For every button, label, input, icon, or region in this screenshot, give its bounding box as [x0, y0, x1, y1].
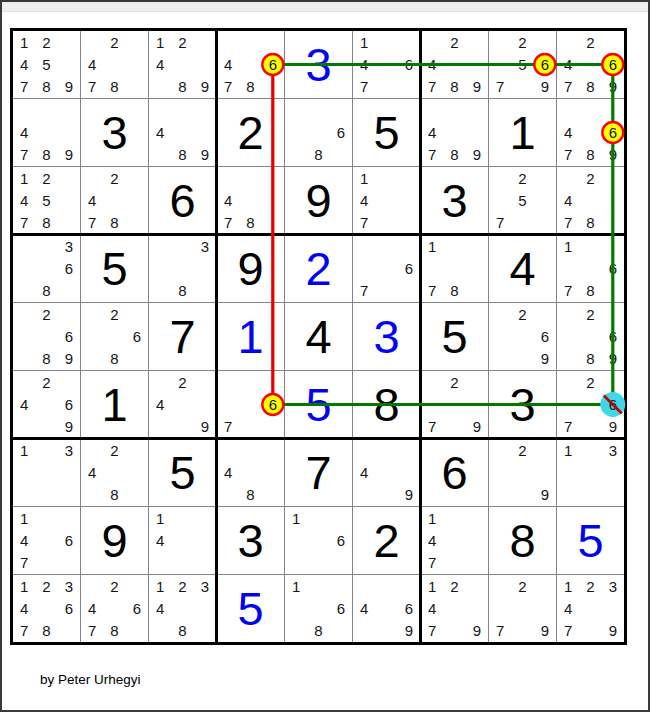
- candidate-digit[interactable]: 7: [81, 212, 103, 234]
- candidate-digit[interactable]: 6: [534, 53, 556, 75]
- cell-r6c4[interactable]: 67: [217, 371, 284, 438]
- cell-r3c7[interactable]: 3: [421, 167, 488, 234]
- cell-r4c3[interactable]: 38: [149, 235, 216, 302]
- candidate-digit[interactable]: 8: [35, 348, 57, 370]
- pencil-marks: 1467: [353, 31, 420, 98]
- candidate-digit[interactable]: 6: [330, 597, 352, 619]
- pencil-marks: 1245789: [13, 31, 80, 98]
- candidate-digit[interactable]: 6: [58, 257, 80, 279]
- candidate-digit[interactable]: 7: [81, 76, 103, 98]
- candidate-digit[interactable]: 5: [511, 189, 533, 211]
- candidate-digit[interactable]: 5: [35, 53, 57, 75]
- candidate-digit[interactable]: 8: [103, 348, 125, 370]
- candidate-digit[interactable]: 7: [557, 212, 579, 234]
- candidate-digit[interactable]: 7: [489, 76, 511, 98]
- candidate-digit[interactable]: 1: [421, 575, 443, 597]
- candidate-digit[interactable]: 9: [602, 620, 624, 642]
- cell-r7c2[interactable]: 248: [81, 439, 148, 506]
- candidate-digit[interactable]: 7: [81, 620, 103, 642]
- pencil-marks: 4678: [217, 31, 284, 98]
- candidate-digit[interactable]: 3: [602, 439, 624, 461]
- candidate-digit[interactable]: 1: [353, 167, 375, 189]
- cell-r8c2[interactable]: 9: [81, 507, 148, 574]
- candidate-digit[interactable]: 2: [35, 371, 57, 393]
- candidate-digit[interactable]: 7: [489, 620, 511, 642]
- candidate-digit[interactable]: 2: [171, 575, 193, 597]
- given-digit: 9: [285, 167, 352, 234]
- candidate-digit[interactable]: 2: [103, 167, 125, 189]
- candidate-digit[interactable]: 6: [398, 53, 420, 75]
- candidate-digit[interactable]: 2: [579, 167, 601, 189]
- pencil-marks: 123479: [557, 575, 624, 642]
- candidate-digit[interactable]: 9: [534, 76, 556, 98]
- pencil-marks: 469: [353, 575, 420, 642]
- candidate-digit[interactable]: 8: [103, 484, 125, 506]
- candidate-digit[interactable]: 8: [443, 76, 465, 98]
- candidate-digit[interactable]: 7: [421, 76, 443, 98]
- cell-r8c9[interactable]: 5: [557, 507, 624, 574]
- candidate-digit[interactable]: 4: [557, 121, 579, 143]
- candidate-digit[interactable]: 4: [217, 461, 239, 483]
- candidate-digit[interactable]: 2: [35, 31, 57, 53]
- given-digit: 3: [489, 371, 556, 438]
- candidate-digit[interactable]: 7: [353, 212, 375, 234]
- candidate-digit[interactable]: 6: [126, 325, 148, 347]
- cell-r6c9[interactable]: 2679: [557, 371, 624, 438]
- cell-r1c8[interactable]: 25679: [489, 31, 556, 98]
- cell-r6c6[interactable]: 8: [353, 371, 420, 438]
- cell-r1c1[interactable]: 1245789: [13, 31, 80, 98]
- candidate-digit[interactable]: 2: [443, 371, 465, 393]
- candidate-digit[interactable]: 8: [239, 484, 261, 506]
- cell-r8c5[interactable]: 16: [285, 507, 352, 574]
- cell-r2c6[interactable]: 5: [353, 99, 420, 166]
- candidate-digit[interactable]: 4: [557, 53, 579, 75]
- pencil-marks: 49: [353, 439, 420, 506]
- cell-r3c6[interactable]: 147: [353, 167, 420, 234]
- cell-r4c4[interactable]: 9: [217, 235, 284, 302]
- candidate-digit[interactable]: 4: [353, 189, 375, 211]
- cell-r8c6[interactable]: 2: [353, 507, 420, 574]
- candidate-digit[interactable]: 4: [421, 529, 443, 551]
- candidate-digit[interactable]: 6: [58, 529, 80, 551]
- candidate-digit[interactable]: 4: [149, 53, 171, 75]
- candidate-digit[interactable]: 4: [353, 53, 375, 75]
- candidate-digit[interactable]: 9: [58, 416, 80, 438]
- cell-r1c9[interactable]: 246789: [557, 31, 624, 98]
- candidate-digit[interactable]: 3: [602, 575, 624, 597]
- pencil-marks: 178: [421, 235, 488, 302]
- candidate-digit[interactable]: 9: [58, 144, 80, 166]
- cell-r2c1[interactable]: 4789: [13, 99, 80, 166]
- candidate-digit[interactable]: 7: [557, 144, 579, 166]
- candidate-digit[interactable]: 9: [398, 484, 420, 506]
- candidate-digit[interactable]: 4: [81, 597, 103, 619]
- candidate-digit[interactable]: 4: [557, 189, 579, 211]
- given-digit: 5: [353, 99, 420, 166]
- candidate-digit[interactable]: 5: [35, 189, 57, 211]
- candidate-digit[interactable]: 7: [421, 552, 443, 574]
- candidate-digit[interactable]: 7: [557, 76, 579, 98]
- candidate-digit[interactable]: 1: [557, 439, 579, 461]
- cell-r4c7[interactable]: 178: [421, 235, 488, 302]
- candidate-digit[interactable]: 9: [194, 144, 216, 166]
- candidate-digit[interactable]: 9: [466, 76, 488, 98]
- candidate-digit[interactable]: 8: [35, 144, 57, 166]
- candidate-digit[interactable]: 2: [35, 575, 57, 597]
- cell-r5c8[interactable]: 269: [489, 303, 556, 370]
- candidate-digit[interactable]: 2: [579, 31, 601, 53]
- candidate-digit[interactable]: 7: [421, 620, 443, 642]
- candidate-digit[interactable]: 8: [103, 620, 125, 642]
- candidate-digit[interactable]: 4: [421, 121, 443, 143]
- pencil-marks: 67: [217, 371, 284, 438]
- cell-r1c6[interactable]: 1467: [353, 31, 420, 98]
- candidate-digit[interactable]: 2: [511, 31, 533, 53]
- candidate-digit[interactable]: 2: [35, 303, 57, 325]
- candidate-digit[interactable]: 9: [398, 620, 420, 642]
- candidate-digit[interactable]: 8: [35, 212, 57, 234]
- candidate-digit[interactable]: 9: [602, 76, 624, 98]
- cell-r3c4[interactable]: 478: [217, 167, 284, 234]
- cell-r6c7[interactable]: 279: [421, 371, 488, 438]
- candidate-digit[interactable]: 1: [149, 575, 171, 597]
- candidate-digit[interactable]: 7: [13, 552, 35, 574]
- cell-r7c4[interactable]: 48: [217, 439, 284, 506]
- candidate-digit[interactable]: 2: [579, 575, 601, 597]
- candidate-digit[interactable]: 9: [602, 416, 624, 438]
- candidate-digit[interactable]: 2: [103, 303, 125, 325]
- candidate-digit[interactable]: 2: [511, 575, 533, 597]
- pencil-marks: 12479: [421, 575, 488, 642]
- pencil-marks: 25679: [489, 31, 556, 98]
- cell-r2c9[interactable]: 46789: [557, 99, 624, 166]
- pencil-marks: 16: [285, 507, 352, 574]
- cell-r8c4[interactable]: 3: [217, 507, 284, 574]
- candidate-digit[interactable]: 8: [171, 280, 193, 302]
- candidate-digit[interactable]: 8: [35, 620, 57, 642]
- cell-r7c5[interactable]: 7: [285, 439, 352, 506]
- candidate-digit[interactable]: 6: [602, 393, 624, 415]
- candidate-digit[interactable]: 1: [285, 575, 307, 597]
- pencil-marks: 248: [81, 439, 148, 506]
- candidate-digit[interactable]: 8: [171, 144, 193, 166]
- cell-r1c5[interactable]: 3: [285, 31, 352, 98]
- cell-r6c8[interactable]: 3: [489, 371, 556, 438]
- candidate-digit[interactable]: 6: [58, 597, 80, 619]
- pencil-marks: 147: [353, 167, 420, 234]
- candidate-digit[interactable]: 3: [194, 575, 216, 597]
- candidate-digit[interactable]: 2: [579, 371, 601, 393]
- candidate-digit[interactable]: 4: [81, 189, 103, 211]
- candidate-digit[interactable]: 4: [13, 53, 35, 75]
- candidate-digit[interactable]: 4: [81, 461, 103, 483]
- cell-r5c5[interactable]: 4: [285, 303, 352, 370]
- cell-r3c1[interactable]: 124578: [13, 167, 80, 234]
- candidate-digit[interactable]: 8: [307, 144, 329, 166]
- candidate-digit[interactable]: 6: [602, 53, 624, 75]
- candidate-digit[interactable]: 4: [353, 461, 375, 483]
- cell-r4c2[interactable]: 5: [81, 235, 148, 302]
- candidate-digit[interactable]: 7: [13, 212, 35, 234]
- cell-r5c4[interactable]: 1: [217, 303, 284, 370]
- cell-r2c3[interactable]: 489: [149, 99, 216, 166]
- candidate-digit[interactable]: 7: [421, 280, 443, 302]
- pencil-marks: 68: [285, 99, 352, 166]
- cell-r2c8[interactable]: 1: [489, 99, 556, 166]
- cell-r7c7[interactable]: 6: [421, 439, 488, 506]
- cell-r7c8[interactable]: 29: [489, 439, 556, 506]
- candidate-digit[interactable]: 7: [557, 280, 579, 302]
- cell-r6c2[interactable]: 1: [81, 371, 148, 438]
- cell-r1c3[interactable]: 12489: [149, 31, 216, 98]
- candidate-digit[interactable]: 8: [579, 212, 601, 234]
- candidate-digit[interactable]: 8: [35, 280, 57, 302]
- candidate-digit[interactable]: 4: [353, 597, 375, 619]
- candidate-digit[interactable]: 1: [13, 31, 35, 53]
- candidate-digit[interactable]: 9: [534, 620, 556, 642]
- candidate-digit[interactable]: 2: [171, 31, 193, 53]
- cell-r2c5[interactable]: 68: [285, 99, 352, 166]
- cell-r5c2[interactable]: 268: [81, 303, 148, 370]
- solved-digit: 2: [285, 235, 352, 302]
- candidate-digit[interactable]: 8: [443, 144, 465, 166]
- pencil-marks: 368: [13, 235, 80, 302]
- candidate-digit[interactable]: 1: [285, 507, 307, 529]
- candidate-digit[interactable]: 2: [511, 167, 533, 189]
- candidate-digit[interactable]: 5: [511, 53, 533, 75]
- candidate-digit[interactable]: 7: [353, 76, 375, 98]
- candidate-digit[interactable]: 7: [421, 416, 443, 438]
- candidate-digit[interactable]: 2: [103, 31, 125, 53]
- candidate-digit[interactable]: 2: [171, 371, 193, 393]
- candidate-digit[interactable]: 9: [466, 620, 488, 642]
- candidate-digit[interactable]: 6: [330, 529, 352, 551]
- solved-digit: 5: [217, 575, 284, 642]
- cell-r4c5[interactable]: 2: [285, 235, 352, 302]
- cell-r5c6[interactable]: 3: [353, 303, 420, 370]
- candidate-digit[interactable]: 2: [443, 31, 465, 53]
- candidate-digit[interactable]: 4: [81, 53, 103, 75]
- candidate-digit[interactable]: 1: [149, 507, 171, 529]
- candidate-digit[interactable]: 8: [307, 620, 329, 642]
- candidate-digit[interactable]: 2: [511, 303, 533, 325]
- solved-digit: 3: [285, 31, 352, 98]
- candidate-digit[interactable]: 8: [103, 212, 125, 234]
- candidate-digit[interactable]: 6: [602, 121, 624, 143]
- candidate-digit[interactable]: 8: [103, 76, 125, 98]
- cell-r3c9[interactable]: 2478: [557, 167, 624, 234]
- candidate-digit[interactable]: 8: [579, 76, 601, 98]
- candidate-digit[interactable]: 7: [489, 212, 511, 234]
- candidate-digit[interactable]: 9: [534, 484, 556, 506]
- candidate-digit[interactable]: 7: [217, 416, 239, 438]
- candidate-digit[interactable]: 2: [35, 167, 57, 189]
- cell-r9c6[interactable]: 469: [353, 575, 420, 642]
- candidate-digit[interactable]: 1: [149, 31, 171, 53]
- given-digit: 3: [81, 99, 148, 166]
- candidate-digit[interactable]: 2: [511, 439, 533, 461]
- candidate-digit[interactable]: 1: [13, 167, 35, 189]
- candidate-digit[interactable]: 6: [262, 393, 284, 415]
- cell-r1c2[interactable]: 2478: [81, 31, 148, 98]
- candidate-digit[interactable]: 4: [421, 53, 443, 75]
- cell-r9c4[interactable]: 5: [217, 575, 284, 642]
- candidate-digit[interactable]: 9: [194, 76, 216, 98]
- candidate-digit[interactable]: 1: [13, 439, 35, 461]
- cell-r6c3[interactable]: 249: [149, 371, 216, 438]
- cell-r9c3[interactable]: 12348: [149, 575, 216, 642]
- pencil-marks: 38: [149, 235, 216, 302]
- candidate-digit[interactable]: 4: [149, 529, 171, 551]
- box-border-horizontal-2: [13, 437, 624, 440]
- candidate-digit[interactable]: 4: [13, 529, 35, 551]
- candidate-digit[interactable]: 8: [239, 212, 261, 234]
- candidate-digit[interactable]: 7: [13, 144, 35, 166]
- candidate-digit[interactable]: 3: [194, 235, 216, 257]
- cell-r4c6[interactable]: 67: [353, 235, 420, 302]
- candidate-digit[interactable]: 1: [13, 507, 35, 529]
- candidate-digit[interactable]: 2: [579, 303, 601, 325]
- pencil-marks: 4789: [13, 99, 80, 166]
- candidate-digit[interactable]: 2: [103, 439, 125, 461]
- cell-r6c1[interactable]: 2469: [13, 371, 80, 438]
- candidate-digit[interactable]: 7: [557, 416, 579, 438]
- candidate-digit[interactable]: 6: [262, 53, 284, 75]
- cell-r7c9[interactable]: 13: [557, 439, 624, 506]
- candidate-digit[interactable]: 7: [421, 144, 443, 166]
- candidate-digit[interactable]: 9: [534, 348, 556, 370]
- candidate-digit[interactable]: 7: [557, 620, 579, 642]
- cell-r2c4[interactable]: 2: [217, 99, 284, 166]
- candidate-digit[interactable]: 7: [217, 76, 239, 98]
- candidate-digit[interactable]: 9: [602, 348, 624, 370]
- cell-r9c8[interactable]: 279: [489, 575, 556, 642]
- candidate-digit[interactable]: 4: [13, 121, 35, 143]
- candidate-digit[interactable]: 7: [353, 280, 375, 302]
- cell-r4c8[interactable]: 4: [489, 235, 556, 302]
- cell-r8c1[interactable]: 1467: [13, 507, 80, 574]
- candidate-digit[interactable]: 1: [557, 575, 579, 597]
- candidate-digit[interactable]: 4: [217, 53, 239, 75]
- cell-r9c1[interactable]: 1234678: [13, 575, 80, 642]
- cell-r9c2[interactable]: 24678: [81, 575, 148, 642]
- box-border-horizontal-1: [13, 233, 624, 236]
- cell-r7c1[interactable]: 13: [13, 439, 80, 506]
- candidate-digit[interactable]: 9: [602, 144, 624, 166]
- candidate-digit[interactable]: 7: [13, 76, 35, 98]
- candidate-digit[interactable]: 8: [443, 280, 465, 302]
- candidate-digit[interactable]: 8: [35, 76, 57, 98]
- candidate-digit[interactable]: 9: [58, 348, 80, 370]
- candidate-digit[interactable]: 6: [602, 257, 624, 279]
- candidate-digit[interactable]: 8: [579, 144, 601, 166]
- cell-r8c7[interactable]: 147: [421, 507, 488, 574]
- cell-r5c7[interactable]: 5: [421, 303, 488, 370]
- cell-r1c7[interactable]: 24789: [421, 31, 488, 98]
- cell-r1c4[interactable]: 4678: [217, 31, 284, 98]
- cell-r9c7[interactable]: 12479: [421, 575, 488, 642]
- cell-r2c2[interactable]: 3: [81, 99, 148, 166]
- cell-r7c6[interactable]: 49: [353, 439, 420, 506]
- candidate-digit[interactable]: 8: [579, 280, 601, 302]
- candidate-digit[interactable]: 6: [330, 121, 352, 143]
- pencil-marks: 2478: [557, 167, 624, 234]
- cell-r3c5[interactable]: 9: [285, 167, 352, 234]
- cell-r3c8[interactable]: 257: [489, 167, 556, 234]
- candidate-digit[interactable]: 4: [217, 189, 239, 211]
- pencil-marks: 168: [285, 575, 352, 642]
- cell-r5c9[interactable]: 2689: [557, 303, 624, 370]
- candidate-digit[interactable]: 4: [13, 597, 35, 619]
- candidate-digit[interactable]: 2: [103, 575, 125, 597]
- candidate-digit[interactable]: 6: [398, 257, 420, 279]
- candidate-digit[interactable]: 4: [13, 393, 35, 415]
- candidate-digit[interactable]: 4: [421, 597, 443, 619]
- cell-r9c5[interactable]: 168: [285, 575, 352, 642]
- candidate-digit[interactable]: 4: [149, 121, 171, 143]
- cell-r5c1[interactable]: 2689: [13, 303, 80, 370]
- pencil-marks: 249: [149, 371, 216, 438]
- candidate-digit[interactable]: 6: [398, 597, 420, 619]
- candidate-digit[interactable]: 9: [466, 144, 488, 166]
- candidate-digit[interactable]: 8: [579, 348, 601, 370]
- candidate-digit[interactable]: 8: [171, 76, 193, 98]
- candidate-digit[interactable]: 4: [13, 189, 35, 211]
- candidate-digit[interactable]: 6: [58, 393, 80, 415]
- candidate-digit[interactable]: 1: [13, 575, 35, 597]
- candidate-digit[interactable]: 7: [217, 212, 239, 234]
- cell-r8c8[interactable]: 8: [489, 507, 556, 574]
- candidate-digit[interactable]: 3: [58, 235, 80, 257]
- cell-r3c3[interactable]: 6: [149, 167, 216, 234]
- candidate-digit[interactable]: 7: [13, 620, 35, 642]
- candidate-digit[interactable]: 3: [58, 439, 80, 461]
- pencil-marks: 2478: [81, 167, 148, 234]
- candidate-digit[interactable]: 2: [443, 575, 465, 597]
- candidate-digit[interactable]: 3: [58, 575, 80, 597]
- candidate-digit[interactable]: 9: [58, 76, 80, 98]
- cell-r7c3[interactable]: 5: [149, 439, 216, 506]
- candidate-digit[interactable]: 9: [194, 416, 216, 438]
- cell-r3c2[interactable]: 2478: [81, 167, 148, 234]
- pencil-marks: 124578: [13, 167, 80, 234]
- pencil-marks: 2469: [13, 371, 80, 438]
- cell-r4c1[interactable]: 368: [13, 235, 80, 302]
- pencil-marks: 1467: [13, 507, 80, 574]
- cell-r8c3[interactable]: 14: [149, 507, 216, 574]
- candidate-digit[interactable]: 4: [149, 393, 171, 415]
- candidate-digit[interactable]: 6: [534, 325, 556, 347]
- cell-r4c9[interactable]: 1678: [557, 235, 624, 302]
- cell-r6c5[interactable]: 5: [285, 371, 352, 438]
- candidate-digit[interactable]: 9: [466, 416, 488, 438]
- candidate-digit[interactable]: 6: [58, 325, 80, 347]
- candidate-digit[interactable]: 8: [239, 76, 261, 98]
- candidate-digit[interactable]: 1: [353, 31, 375, 53]
- candidate-digit[interactable]: 6: [602, 325, 624, 347]
- candidate-digit[interactable]: 8: [171, 620, 193, 642]
- candidate-digit[interactable]: 4: [557, 597, 579, 619]
- cell-r2c7[interactable]: 4789: [421, 99, 488, 166]
- cell-r5c3[interactable]: 7: [149, 303, 216, 370]
- candidate-digit[interactable]: 1: [421, 235, 443, 257]
- candidate-digit[interactable]: 4: [149, 597, 171, 619]
- candidate-digit[interactable]: 6: [126, 597, 148, 619]
- candidate-digit[interactable]: 1: [557, 235, 579, 257]
- candidate-digit[interactable]: 1: [421, 507, 443, 529]
- cell-r9c9[interactable]: 123479: [557, 575, 624, 642]
